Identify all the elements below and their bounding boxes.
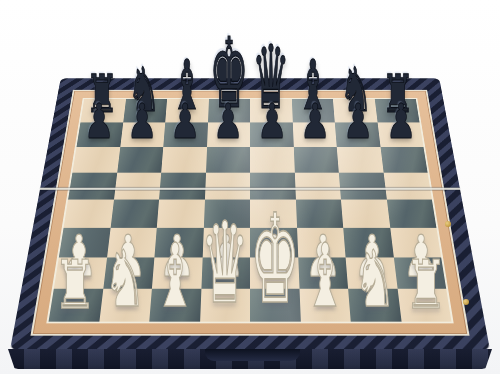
square-e3[interactable] bbox=[250, 228, 298, 258]
square-d7[interactable] bbox=[207, 122, 250, 147]
square-e4[interactable] bbox=[250, 200, 297, 228]
square-g6[interactable] bbox=[337, 147, 383, 173]
square-a7[interactable] bbox=[77, 122, 123, 147]
square-g4[interactable] bbox=[341, 200, 390, 228]
square-a2[interactable] bbox=[54, 257, 107, 288]
square-h8[interactable] bbox=[374, 99, 419, 122]
square-c2[interactable] bbox=[152, 257, 202, 288]
square-g3[interactable] bbox=[343, 228, 393, 258]
square-c6[interactable] bbox=[161, 147, 206, 173]
hinge-screw bbox=[463, 299, 469, 305]
chessboard bbox=[10, 78, 490, 350]
square-f3[interactable] bbox=[297, 228, 346, 258]
square-d8[interactable] bbox=[208, 99, 250, 122]
square-a1[interactable] bbox=[49, 289, 103, 322]
square-b6[interactable] bbox=[117, 147, 163, 173]
square-a8[interactable] bbox=[80, 99, 125, 122]
square-b2[interactable] bbox=[103, 257, 155, 288]
photo-background: ♜♞♝♚♛♝♞♜♟♟♟♟♟♟♟♟♟♟♟♟♟♟♟♟♜♞♝♛♚♝♞♜ bbox=[0, 0, 500, 374]
square-b4[interactable] bbox=[110, 200, 159, 228]
square-g2[interactable] bbox=[346, 257, 398, 288]
square-e7[interactable] bbox=[250, 122, 293, 147]
square-a3[interactable] bbox=[59, 228, 110, 258]
latch-notch bbox=[205, 349, 300, 361]
square-b7[interactable] bbox=[120, 122, 165, 147]
square-h1[interactable] bbox=[397, 289, 451, 322]
square-d2[interactable] bbox=[201, 257, 250, 288]
square-f5[interactable] bbox=[294, 173, 341, 200]
square-d1[interactable] bbox=[200, 289, 250, 322]
board-edge bbox=[10, 78, 490, 350]
square-a5[interactable] bbox=[68, 173, 117, 200]
fold-seam bbox=[40, 188, 460, 190]
square-h3[interactable] bbox=[390, 228, 441, 258]
square-a6[interactable] bbox=[72, 147, 119, 173]
square-b5[interactable] bbox=[114, 173, 162, 200]
square-a4[interactable] bbox=[64, 200, 114, 228]
square-f7[interactable] bbox=[292, 122, 336, 147]
square-d6[interactable] bbox=[206, 147, 250, 173]
square-e5[interactable] bbox=[250, 173, 295, 200]
square-f6[interactable] bbox=[293, 147, 338, 173]
square-c8[interactable] bbox=[165, 99, 208, 122]
square-c7[interactable] bbox=[163, 122, 207, 147]
square-e8[interactable] bbox=[250, 99, 292, 122]
square-h7[interactable] bbox=[377, 122, 423, 147]
square-b1[interactable] bbox=[99, 289, 152, 322]
square-g1[interactable] bbox=[348, 289, 401, 322]
square-d3[interactable] bbox=[202, 228, 250, 258]
square-c1[interactable] bbox=[149, 289, 201, 322]
square-e1[interactable] bbox=[250, 289, 300, 322]
board-frame bbox=[30, 90, 469, 336]
square-h6[interactable] bbox=[380, 147, 427, 173]
square-c4[interactable] bbox=[157, 200, 205, 228]
board-squares bbox=[46, 98, 453, 324]
square-d4[interactable] bbox=[203, 200, 250, 228]
square-f4[interactable] bbox=[295, 200, 343, 228]
square-g7[interactable] bbox=[335, 122, 380, 147]
square-c3[interactable] bbox=[154, 228, 203, 258]
square-f2[interactable] bbox=[298, 257, 348, 288]
square-g8[interactable] bbox=[333, 99, 377, 122]
hinge-screw bbox=[445, 221, 451, 227]
square-d5[interactable] bbox=[205, 173, 250, 200]
square-e2[interactable] bbox=[250, 257, 299, 288]
square-g5[interactable] bbox=[339, 173, 387, 200]
square-f8[interactable] bbox=[291, 99, 334, 122]
square-f1[interactable] bbox=[299, 289, 351, 322]
square-e6[interactable] bbox=[250, 147, 294, 173]
square-b8[interactable] bbox=[123, 99, 167, 122]
square-h5[interactable] bbox=[383, 173, 432, 200]
square-c5[interactable] bbox=[159, 173, 206, 200]
square-h4[interactable] bbox=[386, 200, 436, 228]
square-b3[interactable] bbox=[107, 228, 157, 258]
square-h2[interactable] bbox=[393, 257, 446, 288]
